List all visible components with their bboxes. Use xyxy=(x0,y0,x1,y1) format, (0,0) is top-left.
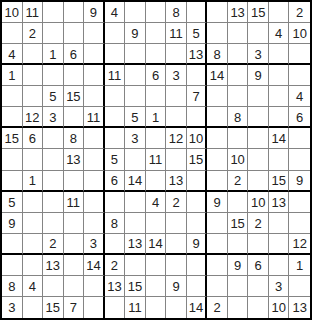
cell-given[interactable]: 9 xyxy=(125,23,146,44)
cell-empty[interactable] xyxy=(269,65,290,86)
cell-given[interactable]: 8 xyxy=(166,2,187,23)
cell-given[interactable]: 13 xyxy=(289,297,310,318)
cell-empty[interactable] xyxy=(84,44,105,65)
cell-empty[interactable] xyxy=(228,86,249,107)
cell-given[interactable]: 2 xyxy=(207,297,228,318)
cell-empty[interactable] xyxy=(125,255,146,276)
cell-given[interactable]: 4 xyxy=(146,192,167,213)
cell-empty[interactable] xyxy=(166,44,187,65)
cell-given[interactable]: 1 xyxy=(43,44,64,65)
cell-given[interactable]: 5 xyxy=(2,192,23,213)
cell-empty[interactable] xyxy=(166,86,187,107)
cell-given[interactable]: 8 xyxy=(228,107,249,128)
cell-empty[interactable] xyxy=(187,255,208,276)
cell-empty[interactable] xyxy=(105,107,126,128)
cell-given[interactable]: 12 xyxy=(23,107,44,128)
cell-empty[interactable] xyxy=(228,23,249,44)
cell-empty[interactable] xyxy=(84,213,105,234)
cell-empty[interactable] xyxy=(248,171,269,192)
cell-empty[interactable] xyxy=(64,23,85,44)
cell-empty[interactable] xyxy=(289,213,310,234)
cell-empty[interactable] xyxy=(228,297,249,318)
cell-given[interactable]: 6 xyxy=(64,44,85,65)
cell-empty[interactable] xyxy=(228,192,249,213)
cell-given[interactable]: 5 xyxy=(125,107,146,128)
cell-given[interactable]: 9 xyxy=(2,213,23,234)
cell-given[interactable]: 12 xyxy=(289,234,310,255)
cell-empty[interactable] xyxy=(207,128,228,149)
cell-given[interactable]: 6 xyxy=(248,255,269,276)
cell-given[interactable]: 6 xyxy=(146,65,167,86)
cell-given[interactable]: 4 xyxy=(2,44,23,65)
cell-empty[interactable] xyxy=(64,255,85,276)
cell-empty[interactable] xyxy=(228,128,249,149)
cell-empty[interactable] xyxy=(248,276,269,297)
cell-empty[interactable] xyxy=(84,149,105,170)
cell-empty[interactable] xyxy=(84,276,105,297)
cell-empty[interactable] xyxy=(248,23,269,44)
cell-empty[interactable] xyxy=(289,149,310,170)
cell-empty[interactable] xyxy=(146,213,167,234)
cell-empty[interactable] xyxy=(187,107,208,128)
cell-empty[interactable] xyxy=(228,44,249,65)
cell-empty[interactable] xyxy=(23,149,44,170)
cell-empty[interactable] xyxy=(84,171,105,192)
cell-empty[interactable] xyxy=(228,65,249,86)
cell-empty[interactable] xyxy=(146,276,167,297)
cell-empty[interactable] xyxy=(146,297,167,318)
cell-given[interactable]: 9 xyxy=(187,234,208,255)
cell-empty[interactable] xyxy=(84,65,105,86)
cell-empty[interactable] xyxy=(23,297,44,318)
cell-empty[interactable] xyxy=(207,23,228,44)
cell-given[interactable]: 9 xyxy=(248,65,269,86)
cell-empty[interactable] xyxy=(43,65,64,86)
cell-empty[interactable] xyxy=(269,255,290,276)
cell-given[interactable]: 13 xyxy=(43,255,64,276)
cell-given[interactable]: 14 xyxy=(84,255,105,276)
cell-given[interactable]: 15 xyxy=(228,213,249,234)
cell-given[interactable]: 1 xyxy=(2,65,23,86)
cell-empty[interactable] xyxy=(64,107,85,128)
cell-empty[interactable] xyxy=(187,65,208,86)
cell-given[interactable]: 15 xyxy=(2,128,23,149)
cell-empty[interactable] xyxy=(269,2,290,23)
cell-empty[interactable] xyxy=(23,192,44,213)
cell-given[interactable]: 6 xyxy=(23,128,44,149)
cell-empty[interactable] xyxy=(146,44,167,65)
cell-empty[interactable] xyxy=(207,255,228,276)
cell-given[interactable]: 9 xyxy=(166,276,187,297)
cell-empty[interactable] xyxy=(23,44,44,65)
cell-empty[interactable] xyxy=(125,65,146,86)
cell-given[interactable]: 5 xyxy=(43,86,64,107)
cell-empty[interactable] xyxy=(84,192,105,213)
cell-empty[interactable] xyxy=(84,86,105,107)
cell-given[interactable]: 13 xyxy=(64,149,85,170)
cell-given[interactable]: 6 xyxy=(289,107,310,128)
cell-empty[interactable] xyxy=(105,128,126,149)
cell-empty[interactable] xyxy=(228,234,249,255)
cell-empty[interactable] xyxy=(125,44,146,65)
cell-given[interactable]: 4 xyxy=(105,2,126,23)
cell-empty[interactable] xyxy=(187,2,208,23)
cell-empty[interactable] xyxy=(187,276,208,297)
cell-given[interactable]: 5 xyxy=(187,23,208,44)
cell-empty[interactable] xyxy=(248,107,269,128)
cell-given[interactable]: 2 xyxy=(43,234,64,255)
cell-empty[interactable] xyxy=(289,276,310,297)
cell-empty[interactable] xyxy=(2,149,23,170)
cell-given[interactable]: 13 xyxy=(228,2,249,23)
cell-empty[interactable] xyxy=(125,86,146,107)
cell-given[interactable]: 2 xyxy=(166,192,187,213)
cell-empty[interactable] xyxy=(207,276,228,297)
cell-given[interactable]: 8 xyxy=(64,128,85,149)
cell-empty[interactable] xyxy=(23,255,44,276)
cell-empty[interactable] xyxy=(64,65,85,86)
cell-empty[interactable] xyxy=(166,234,187,255)
cell-empty[interactable] xyxy=(2,86,23,107)
sudoku-board: 1011948131522911541041613831116314951574… xyxy=(0,0,312,320)
cell-given[interactable]: 13 xyxy=(269,192,290,213)
cell-given[interactable]: 15 xyxy=(248,2,269,23)
cell-empty[interactable] xyxy=(105,192,126,213)
cell-given[interactable]: 5 xyxy=(105,149,126,170)
cell-empty[interactable] xyxy=(2,255,23,276)
cell-empty[interactable] xyxy=(125,192,146,213)
cell-given[interactable]: 10 xyxy=(228,149,249,170)
cell-given[interactable]: 1 xyxy=(289,255,310,276)
cell-given[interactable]: 1 xyxy=(23,171,44,192)
cell-given[interactable]: 13 xyxy=(166,171,187,192)
cell-given[interactable]: 2 xyxy=(105,255,126,276)
cell-given[interactable]: 9 xyxy=(84,2,105,23)
cell-given[interactable]: 3 xyxy=(269,276,290,297)
cell-empty[interactable] xyxy=(64,171,85,192)
cell-given[interactable]: 8 xyxy=(207,44,228,65)
cell-given[interactable]: 3 xyxy=(43,107,64,128)
cell-given[interactable]: 10 xyxy=(248,192,269,213)
cell-empty[interactable] xyxy=(166,297,187,318)
cell-empty[interactable] xyxy=(146,171,167,192)
cell-given[interactable]: 14 xyxy=(207,65,228,86)
cell-given[interactable]: 15 xyxy=(187,149,208,170)
cell-empty[interactable] xyxy=(125,213,146,234)
cell-given[interactable]: 11 xyxy=(166,23,187,44)
cell-given[interactable]: 2 xyxy=(228,171,249,192)
cell-empty[interactable] xyxy=(269,86,290,107)
cell-empty[interactable] xyxy=(105,297,126,318)
cell-given[interactable]: 10 xyxy=(2,2,23,23)
cell-empty[interactable] xyxy=(125,2,146,23)
cell-empty[interactable] xyxy=(64,234,85,255)
cell-given[interactable]: 14 xyxy=(269,128,290,149)
cell-given[interactable]: 14 xyxy=(187,297,208,318)
cell-given[interactable]: 7 xyxy=(64,297,85,318)
cell-given[interactable]: 6 xyxy=(105,171,126,192)
cell-empty[interactable] xyxy=(166,255,187,276)
cell-empty[interactable] xyxy=(43,171,64,192)
cell-empty[interactable] xyxy=(84,128,105,149)
cell-given[interactable]: 10 xyxy=(289,23,310,44)
cell-empty[interactable] xyxy=(23,65,44,86)
cell-empty[interactable] xyxy=(146,86,167,107)
cell-empty[interactable] xyxy=(166,149,187,170)
cell-given[interactable]: 11 xyxy=(64,192,85,213)
cell-given[interactable]: 14 xyxy=(125,171,146,192)
cell-given[interactable]: 1 xyxy=(146,107,167,128)
cell-empty[interactable] xyxy=(248,86,269,107)
cell-given[interactable]: 4 xyxy=(289,86,310,107)
cell-empty[interactable] xyxy=(105,234,126,255)
cell-empty[interactable] xyxy=(187,213,208,234)
cell-given[interactable]: 4 xyxy=(23,276,44,297)
cell-given[interactable]: 12 xyxy=(166,128,187,149)
cell-given[interactable]: 15 xyxy=(43,297,64,318)
cell-given[interactable]: 11 xyxy=(23,2,44,23)
cell-empty[interactable] xyxy=(166,107,187,128)
cell-empty[interactable] xyxy=(289,192,310,213)
cell-given[interactable]: 3 xyxy=(2,297,23,318)
cell-empty[interactable] xyxy=(43,213,64,234)
cell-empty[interactable] xyxy=(248,149,269,170)
cell-empty[interactable] xyxy=(166,213,187,234)
cell-empty[interactable] xyxy=(2,234,23,255)
cell-empty[interactable] xyxy=(269,234,290,255)
cell-empty[interactable] xyxy=(146,255,167,276)
cell-given[interactable]: 8 xyxy=(105,213,126,234)
cell-empty[interactable] xyxy=(125,149,146,170)
cell-given[interactable]: 13 xyxy=(105,276,126,297)
cell-given[interactable]: 2 xyxy=(289,2,310,23)
cell-empty[interactable] xyxy=(207,107,228,128)
cell-empty[interactable] xyxy=(43,23,64,44)
cell-empty[interactable] xyxy=(146,23,167,44)
cell-empty[interactable] xyxy=(84,23,105,44)
cell-empty[interactable] xyxy=(105,86,126,107)
cell-empty[interactable] xyxy=(187,192,208,213)
cell-empty[interactable] xyxy=(105,23,126,44)
cell-empty[interactable] xyxy=(2,107,23,128)
cell-empty[interactable] xyxy=(43,149,64,170)
cell-empty[interactable] xyxy=(105,44,126,65)
cell-given[interactable]: 4 xyxy=(269,23,290,44)
cell-empty[interactable] xyxy=(146,128,167,149)
cell-empty[interactable] xyxy=(2,171,23,192)
cell-empty[interactable] xyxy=(64,213,85,234)
cell-given[interactable]: 10 xyxy=(187,128,208,149)
cell-given[interactable]: 9 xyxy=(228,255,249,276)
cell-empty[interactable] xyxy=(289,128,310,149)
cell-empty[interactable] xyxy=(43,192,64,213)
cell-empty[interactable] xyxy=(248,297,269,318)
cell-empty[interactable] xyxy=(207,2,228,23)
cell-empty[interactable] xyxy=(23,234,44,255)
cell-given[interactable]: 3 xyxy=(84,234,105,255)
cell-empty[interactable] xyxy=(64,276,85,297)
cell-given[interactable]: 15 xyxy=(269,171,290,192)
cell-empty[interactable] xyxy=(207,149,228,170)
cell-given[interactable]: 11 xyxy=(146,149,167,170)
cell-empty[interactable] xyxy=(187,171,208,192)
cell-given[interactable]: 3 xyxy=(248,44,269,65)
cell-empty[interactable] xyxy=(146,2,167,23)
cell-given[interactable]: 3 xyxy=(166,65,187,86)
cell-given[interactable]: 15 xyxy=(125,276,146,297)
cell-empty[interactable] xyxy=(269,107,290,128)
cell-empty[interactable] xyxy=(43,276,64,297)
cell-empty[interactable] xyxy=(269,44,290,65)
cell-empty[interactable] xyxy=(23,86,44,107)
cell-given[interactable]: 11 xyxy=(105,65,126,86)
cell-empty[interactable] xyxy=(269,213,290,234)
cell-given[interactable]: 11 xyxy=(125,297,146,318)
cell-given[interactable]: 2 xyxy=(23,23,44,44)
cell-empty[interactable] xyxy=(207,171,228,192)
cell-given[interactable]: 3 xyxy=(125,128,146,149)
cell-given[interactable]: 13 xyxy=(187,44,208,65)
cell-given[interactable]: 9 xyxy=(207,192,228,213)
cell-given[interactable]: 7 xyxy=(187,86,208,107)
cell-given[interactable]: 11 xyxy=(84,107,105,128)
cell-given[interactable]: 10 xyxy=(269,297,290,318)
cell-empty[interactable] xyxy=(228,276,249,297)
cell-given[interactable]: 14 xyxy=(146,234,167,255)
cell-empty[interactable] xyxy=(269,149,290,170)
cell-empty[interactable] xyxy=(43,128,64,149)
cell-empty[interactable] xyxy=(43,2,64,23)
cell-empty[interactable] xyxy=(2,23,23,44)
cell-empty[interactable] xyxy=(23,213,44,234)
cell-given[interactable]: 13 xyxy=(125,234,146,255)
cell-empty[interactable] xyxy=(64,2,85,23)
cell-empty[interactable] xyxy=(289,44,310,65)
cell-empty[interactable] xyxy=(248,234,269,255)
cell-given[interactable]: 9 xyxy=(289,171,310,192)
cell-empty[interactable] xyxy=(248,128,269,149)
cell-given[interactable]: 8 xyxy=(2,276,23,297)
cell-empty[interactable] xyxy=(207,213,228,234)
cell-given[interactable]: 2 xyxy=(248,213,269,234)
cell-empty[interactable] xyxy=(289,65,310,86)
cell-empty[interactable] xyxy=(84,297,105,318)
cell-empty[interactable] xyxy=(207,86,228,107)
cell-given[interactable]: 15 xyxy=(64,86,85,107)
cell-empty[interactable] xyxy=(207,234,228,255)
